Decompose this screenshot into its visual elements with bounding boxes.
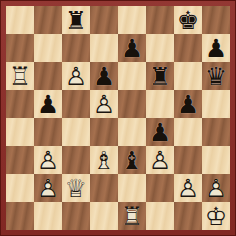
black-pawn-glyph: ♟ xyxy=(146,118,174,146)
black-queen-glyph: ♛ xyxy=(202,62,230,90)
square-d3[interactable]: ♝♗ xyxy=(90,146,118,174)
black-bishop-glyph: ♝ xyxy=(118,146,146,174)
white-rook-outline-glyph: ♖ xyxy=(118,202,146,230)
piece-black-pawn[interactable]: ♟ xyxy=(174,90,202,118)
square-g8[interactable]: ♚ xyxy=(174,6,202,34)
piece-black-rook[interactable]: ♜ xyxy=(146,62,174,90)
square-h8[interactable] xyxy=(202,6,230,34)
piece-white-queen[interactable]: ♛♕ xyxy=(62,174,90,202)
square-g3[interactable] xyxy=(174,146,202,174)
white-pawn-outline-glyph: ♙ xyxy=(34,174,62,202)
piece-black-pawn[interactable]: ♟ xyxy=(202,34,230,62)
square-e2[interactable] xyxy=(118,174,146,202)
square-h2[interactable]: ♟♙ xyxy=(202,174,230,202)
square-d7[interactable] xyxy=(90,34,118,62)
square-a3[interactable] xyxy=(6,146,34,174)
square-f2[interactable] xyxy=(146,174,174,202)
piece-black-bishop[interactable]: ♝ xyxy=(118,146,146,174)
black-pawn-glyph: ♟ xyxy=(202,34,230,62)
piece-black-queen[interactable]: ♛ xyxy=(202,62,230,90)
square-e7[interactable]: ♟ xyxy=(118,34,146,62)
square-h6[interactable]: ♛ xyxy=(202,62,230,90)
black-pawn-glyph: ♟ xyxy=(34,90,62,118)
square-f1[interactable] xyxy=(146,202,174,230)
square-h4[interactable] xyxy=(202,118,230,146)
square-g4[interactable] xyxy=(174,118,202,146)
square-g2[interactable]: ♟♙ xyxy=(174,174,202,202)
square-c6[interactable]: ♟♙ xyxy=(62,62,90,90)
square-a6[interactable]: ♜♖ xyxy=(6,62,34,90)
square-d5[interactable]: ♟♙ xyxy=(90,90,118,118)
square-e5[interactable] xyxy=(118,90,146,118)
square-f5[interactable] xyxy=(146,90,174,118)
square-c8[interactable]: ♜ xyxy=(62,6,90,34)
piece-black-king[interactable]: ♚ xyxy=(174,6,202,34)
white-king-outline-glyph: ♔ xyxy=(202,202,230,230)
square-b1[interactable] xyxy=(34,202,62,230)
black-pawn-glyph: ♟ xyxy=(90,62,118,90)
square-a7[interactable] xyxy=(6,34,34,62)
square-g6[interactable] xyxy=(174,62,202,90)
square-e4[interactable] xyxy=(118,118,146,146)
piece-black-rook[interactable]: ♜ xyxy=(62,6,90,34)
square-h7[interactable]: ♟ xyxy=(202,34,230,62)
black-pawn-glyph: ♟ xyxy=(174,90,202,118)
white-pawn-outline-glyph: ♙ xyxy=(174,174,202,202)
piece-white-king[interactable]: ♚♔ xyxy=(202,202,230,230)
piece-white-pawn[interactable]: ♟♙ xyxy=(202,174,230,202)
square-g1[interactable] xyxy=(174,202,202,230)
square-h5[interactable] xyxy=(202,90,230,118)
square-f4[interactable]: ♟ xyxy=(146,118,174,146)
black-king-glyph: ♚ xyxy=(174,6,202,34)
square-e6[interactable] xyxy=(118,62,146,90)
square-d6[interactable]: ♟ xyxy=(90,62,118,90)
black-rook-glyph: ♜ xyxy=(146,62,174,90)
square-b4[interactable] xyxy=(34,118,62,146)
chess-board: ♜♚♟♟♜♖♟♙♟♜♛♟♟♙♟♟♟♙♝♗♝♟♙♟♙♛♕♟♙♟♙♜♖♚♔ xyxy=(6,6,230,230)
square-d4[interactable] xyxy=(90,118,118,146)
piece-white-pawn[interactable]: ♟♙ xyxy=(34,174,62,202)
square-c5[interactable] xyxy=(62,90,90,118)
piece-white-pawn[interactable]: ♟♙ xyxy=(146,146,174,174)
white-pawn-outline-glyph: ♙ xyxy=(62,62,90,90)
piece-white-bishop[interactable]: ♝♗ xyxy=(90,146,118,174)
white-pawn-outline-glyph: ♙ xyxy=(146,146,174,174)
square-b3[interactable]: ♟♙ xyxy=(34,146,62,174)
square-g7[interactable] xyxy=(174,34,202,62)
piece-white-pawn[interactable]: ♟♙ xyxy=(174,174,202,202)
white-pawn-outline-glyph: ♙ xyxy=(90,90,118,118)
square-b8[interactable] xyxy=(34,6,62,34)
white-rook-outline-glyph: ♖ xyxy=(6,62,34,90)
square-b7[interactable] xyxy=(34,34,62,62)
square-b6[interactable] xyxy=(34,62,62,90)
piece-white-pawn[interactable]: ♟♙ xyxy=(62,62,90,90)
square-e1[interactable]: ♜♖ xyxy=(118,202,146,230)
square-a1[interactable] xyxy=(6,202,34,230)
white-queen-outline-glyph: ♕ xyxy=(62,174,90,202)
piece-white-pawn[interactable]: ♟♙ xyxy=(90,90,118,118)
square-f8[interactable] xyxy=(146,6,174,34)
square-e8[interactable] xyxy=(118,6,146,34)
square-c2[interactable]: ♛♕ xyxy=(62,174,90,202)
square-h1[interactable]: ♚♔ xyxy=(202,202,230,230)
square-d2[interactable] xyxy=(90,174,118,202)
square-g5[interactable]: ♟ xyxy=(174,90,202,118)
piece-white-rook[interactable]: ♜♖ xyxy=(6,62,34,90)
white-pawn-outline-glyph: ♙ xyxy=(34,146,62,174)
piece-black-pawn[interactable]: ♟ xyxy=(118,34,146,62)
square-d8[interactable] xyxy=(90,6,118,34)
black-pawn-glyph: ♟ xyxy=(118,34,146,62)
piece-black-pawn[interactable]: ♟ xyxy=(90,62,118,90)
square-e3[interactable]: ♝ xyxy=(118,146,146,174)
square-a8[interactable] xyxy=(6,6,34,34)
piece-black-pawn[interactable]: ♟ xyxy=(146,118,174,146)
square-a5[interactable] xyxy=(6,90,34,118)
white-bishop-outline-glyph: ♗ xyxy=(90,146,118,174)
square-f6[interactable]: ♜ xyxy=(146,62,174,90)
square-d1[interactable] xyxy=(90,202,118,230)
square-c4[interactable] xyxy=(62,118,90,146)
board-frame: ♜♚♟♟♜♖♟♙♟♜♛♟♟♙♟♟♟♙♝♗♝♟♙♟♙♛♕♟♙♟♙♜♖♚♔ xyxy=(0,0,236,236)
square-b2[interactable]: ♟♙ xyxy=(34,174,62,202)
square-f7[interactable] xyxy=(146,34,174,62)
square-b5[interactable]: ♟ xyxy=(34,90,62,118)
square-c7[interactable] xyxy=(62,34,90,62)
piece-white-rook[interactable]: ♜♖ xyxy=(118,202,146,230)
square-c3[interactable] xyxy=(62,146,90,174)
square-h3[interactable] xyxy=(202,146,230,174)
square-a4[interactable] xyxy=(6,118,34,146)
white-pawn-outline-glyph: ♙ xyxy=(202,174,230,202)
square-c1[interactable] xyxy=(62,202,90,230)
piece-black-pawn[interactable]: ♟ xyxy=(34,90,62,118)
square-f3[interactable]: ♟♙ xyxy=(146,146,174,174)
black-rook-glyph: ♜ xyxy=(62,6,90,34)
square-a2[interactable] xyxy=(6,174,34,202)
piece-white-pawn[interactable]: ♟♙ xyxy=(34,146,62,174)
